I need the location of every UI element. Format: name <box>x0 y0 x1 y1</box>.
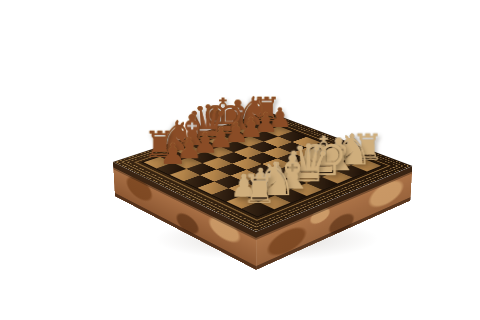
square-a1[interactable]: ♜ <box>242 202 275 216</box>
piece-white-rook[interactable]: ♜ <box>222 170 297 209</box>
chess-set-photo: ♜♞♝♛♚♝♞♜♟♟♟♟♟♟♟♟♟♟♟♟♟♟♟♟♜♞♝♛♚♝♞♜ <box>0 0 480 320</box>
piece-black-pawn[interactable]: ♟ <box>138 140 207 169</box>
chess-board-box: ♜♞♝♛♚♝♞♜♟♟♟♟♟♟♟♟♟♟♟♟♟♟♟♟♜♞♝♛♚♝♞♜ <box>113 111 413 231</box>
